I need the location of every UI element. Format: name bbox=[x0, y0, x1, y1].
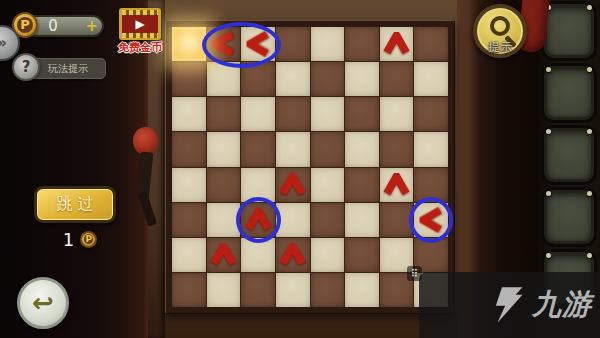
board-cell-r2c1[interactable] bbox=[172, 62, 206, 96]
board-cell-r8c5[interactable] bbox=[311, 273, 345, 307]
inventory-slot[interactable] bbox=[544, 4, 594, 58]
board-cell-r2c3[interactable] bbox=[241, 62, 275, 96]
board-cell-r4c5[interactable] bbox=[311, 132, 345, 166]
board-cell-r4c4[interactable] bbox=[276, 132, 310, 166]
board-cell-r4c7[interactable] bbox=[380, 132, 414, 166]
board-cell-r5c4[interactable] bbox=[276, 168, 310, 202]
back-button[interactable]: ↩ bbox=[17, 277, 69, 329]
board-cell-r3c4[interactable] bbox=[276, 97, 310, 131]
skip-cost: 1 P bbox=[48, 228, 112, 250]
board-cell-r3c3[interactable] bbox=[241, 97, 275, 131]
board-cell-r7c6[interactable] bbox=[345, 238, 379, 272]
board-cell-r4c8[interactable] bbox=[414, 132, 448, 166]
chevrons-icon: » bbox=[0, 34, 7, 52]
board-cell-r3c2[interactable] bbox=[207, 97, 241, 131]
board-cell-r3c8[interactable] bbox=[414, 97, 448, 131]
how-to-play-button[interactable]: 玩法提示 bbox=[30, 58, 106, 79]
up-arrow-icon bbox=[245, 208, 272, 232]
board-cell-r2c5[interactable] bbox=[311, 62, 345, 96]
up-arrow-icon bbox=[383, 173, 410, 197]
add-coins-button[interactable]: + bbox=[85, 17, 98, 35]
board-cell-r5c1[interactable] bbox=[172, 168, 206, 202]
board-cell-r6c8[interactable] bbox=[414, 203, 448, 237]
up-arrow-icon bbox=[383, 32, 410, 56]
left-arrow-icon bbox=[211, 31, 235, 58]
board-cell-r6c4[interactable] bbox=[276, 203, 310, 237]
board-cell-r3c6[interactable] bbox=[345, 97, 379, 131]
inventory-slot[interactable] bbox=[544, 128, 594, 182]
board-cell-r8c6[interactable] bbox=[345, 273, 379, 307]
board-cell-r2c2[interactable] bbox=[207, 62, 241, 96]
board-cell-r4c3[interactable] bbox=[241, 132, 275, 166]
skip-cost-value: 1 bbox=[63, 229, 74, 250]
watermark-text: 九游 bbox=[532, 285, 592, 325]
inventory-slot[interactable] bbox=[544, 190, 594, 244]
board-cell-r3c7[interactable] bbox=[380, 97, 414, 131]
board-cell-r1c8[interactable] bbox=[414, 27, 448, 61]
board-cell-r7c4[interactable] bbox=[276, 238, 310, 272]
board-cell-r6c1[interactable] bbox=[172, 203, 206, 237]
board-cell-r5c3[interactable] bbox=[241, 168, 275, 202]
board-cell-r1c3[interactable] bbox=[241, 27, 275, 61]
board-cell-r1c7[interactable] bbox=[380, 27, 414, 61]
board-cell-r1c5[interactable] bbox=[311, 27, 345, 61]
board-cell-r5c7[interactable] bbox=[380, 168, 414, 202]
up-arrow-icon bbox=[210, 243, 237, 267]
left-arrow-icon bbox=[246, 31, 270, 58]
up-arrow-icon bbox=[279, 243, 306, 267]
board-cell-r4c2[interactable] bbox=[207, 132, 241, 166]
skip-button[interactable]: 跳过 bbox=[34, 186, 116, 223]
board-cell-r3c1[interactable] bbox=[172, 97, 206, 131]
board-cell-r2c8[interactable] bbox=[414, 62, 448, 96]
board-cell-r8c1[interactable] bbox=[172, 273, 206, 307]
video-tv-icon: ▶ bbox=[119, 8, 161, 40]
9game-logo-icon bbox=[492, 284, 526, 326]
board-cell-r6c2[interactable] bbox=[207, 203, 241, 237]
board-cell-r7c1[interactable] bbox=[172, 238, 206, 272]
board-cell-r3c5[interactable] bbox=[311, 97, 345, 131]
skip-label: 跳过 bbox=[52, 194, 99, 215]
board-cell-r6c7[interactable] bbox=[380, 203, 414, 237]
board-cell-r7c5[interactable] bbox=[311, 238, 345, 272]
board-cell-r1c4[interactable] bbox=[276, 27, 310, 61]
board-cell-r2c7[interactable] bbox=[380, 62, 414, 96]
play-icon: ▶ bbox=[122, 11, 158, 37]
left-arrow-icon bbox=[419, 206, 443, 233]
return-arrow-icon: ↩ bbox=[32, 288, 54, 318]
board-cell-r2c4[interactable] bbox=[276, 62, 310, 96]
board-cell-r8c3[interactable] bbox=[241, 273, 275, 307]
board-cell-r4c6[interactable] bbox=[345, 132, 379, 166]
board-cell-r1c1[interactable] bbox=[172, 27, 206, 61]
watermark-band: 九游 bbox=[419, 272, 600, 338]
board-cell-r5c6[interactable] bbox=[345, 168, 379, 202]
board-cell-r1c6[interactable] bbox=[345, 27, 379, 61]
p-coin-letter-small: P bbox=[84, 234, 93, 243]
board-cell-r8c2[interactable] bbox=[207, 273, 241, 307]
p-coin-letter: P bbox=[17, 17, 33, 33]
hint-label: 提示 bbox=[477, 39, 523, 56]
board-cell-r2c6[interactable] bbox=[345, 62, 379, 96]
board-cell-r6c3[interactable] bbox=[241, 203, 275, 237]
hint-button[interactable]: 提示 bbox=[473, 4, 527, 58]
game-screen: ⠿ 0 + P 玩法提示 ? » ▶ 免费金币 跳过 1 P ↩ bbox=[0, 0, 600, 338]
free-coins-button[interactable]: ▶ 免费金币 bbox=[112, 8, 168, 54]
board-cell-r5c5[interactable] bbox=[311, 168, 345, 202]
magnifier-icon bbox=[490, 16, 510, 36]
board-cell-r4c1[interactable] bbox=[172, 132, 206, 166]
board-cell-r5c8[interactable] bbox=[414, 168, 448, 202]
hanging-figure-head bbox=[133, 127, 158, 155]
board-cell-r6c6[interactable] bbox=[345, 203, 379, 237]
free-coins-label: 免费金币 bbox=[112, 42, 168, 54]
board-cell-r6c5[interactable] bbox=[311, 203, 345, 237]
board-cell-r7c3[interactable] bbox=[241, 238, 275, 272]
how-to-play-label: 玩法提示 bbox=[48, 62, 88, 76]
board-cell-r7c2[interactable] bbox=[207, 238, 241, 272]
question-coin-icon[interactable]: ? bbox=[12, 53, 40, 81]
board-cell-r5c2[interactable] bbox=[207, 168, 241, 202]
inventory-slot[interactable] bbox=[544, 66, 594, 120]
question-mark: ? bbox=[22, 58, 31, 76]
puzzle-board[interactable] bbox=[172, 27, 448, 307]
board-cell-r8c4[interactable] bbox=[276, 273, 310, 307]
up-arrow-icon bbox=[279, 173, 306, 197]
board-cell-r1c2[interactable] bbox=[207, 27, 241, 61]
p-coin-icon-small: P bbox=[80, 231, 97, 248]
